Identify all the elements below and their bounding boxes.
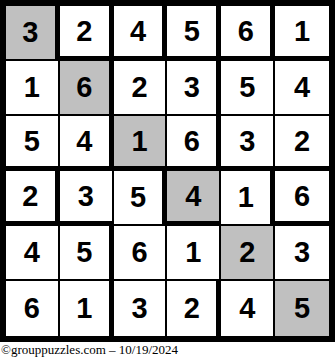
sudoku-cell-r1c3: 4 xyxy=(114,6,168,61)
copyright-credit: ©grouppuzzles.com – 10/19/2024 xyxy=(1,342,334,357)
sudoku-cell-r5c6: 3 xyxy=(275,226,329,281)
sudoku-cell-r3c1: 5 xyxy=(6,116,60,171)
sudoku-cell-r2c4: 3 xyxy=(167,61,221,116)
sudoku-board: 324561162354541632235416456123613245 xyxy=(0,0,335,342)
sudoku-cell-r5c2: 5 xyxy=(60,226,114,281)
sudoku-cell-r5c1: 4 xyxy=(6,226,60,281)
sudoku-cell-r6c2: 1 xyxy=(60,281,114,336)
sudoku-cell-r4c4: 4 xyxy=(167,171,221,226)
sudoku-cell-r4c2: 3 xyxy=(60,171,114,226)
sudoku-cell-r6c1: 6 xyxy=(6,281,60,336)
sudoku-cell-r6c3: 3 xyxy=(114,281,168,336)
sudoku-cell-r1c4: 5 xyxy=(167,6,221,61)
sudoku-cell-r4c1: 2 xyxy=(6,171,60,226)
sudoku-cell-r1c6: 1 xyxy=(275,6,329,61)
sudoku-cell-r1c5: 6 xyxy=(221,6,275,61)
sudoku-cell-r5c4: 1 xyxy=(167,226,221,281)
sudoku-cell-r6c6: 5 xyxy=(275,281,329,336)
sudoku-cell-r1c1: 3 xyxy=(6,6,60,61)
sudoku-cell-r5c5: 2 xyxy=(221,226,275,281)
sudoku-cell-r1c2: 2 xyxy=(60,6,114,61)
sudoku-cell-r2c5: 5 xyxy=(221,61,275,116)
sudoku-cell-r2c1: 1 xyxy=(6,61,60,116)
sudoku-cell-r3c5: 3 xyxy=(221,116,275,171)
sudoku-cell-r5c3: 6 xyxy=(114,226,168,281)
sudoku-cell-r2c3: 2 xyxy=(114,61,168,116)
sudoku-cell-r3c4: 6 xyxy=(167,116,221,171)
sudoku-cell-r4c5: 1 xyxy=(221,171,275,226)
sudoku-cell-r2c2: 6 xyxy=(60,61,114,116)
sudoku-cell-r3c3: 1 xyxy=(114,116,168,171)
sudoku-cell-r6c4: 2 xyxy=(167,281,221,336)
sudoku-cell-r2c6: 4 xyxy=(275,61,329,116)
sudoku-cell-r4c6: 6 xyxy=(275,171,329,226)
sudoku-cell-r3c2: 4 xyxy=(60,116,114,171)
sudoku-cell-r4c3: 5 xyxy=(114,171,168,226)
sudoku-cell-r6c5: 4 xyxy=(221,281,275,336)
sudoku-cell-r3c6: 2 xyxy=(275,116,329,171)
